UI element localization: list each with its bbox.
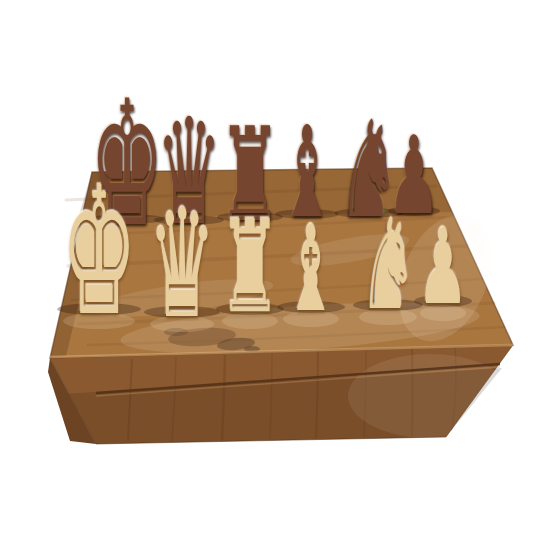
chess-pieces-layer: ♚♛♜♝♞♟♚♛♜♝♞♟ [0, 0, 540, 540]
bishop-glyph: ♝ [285, 210, 338, 328]
pawn-glyph: ♟ [417, 215, 468, 319]
product-photo-stage: ♚♛♜♝♞♟♚♛♜♝♞♟ [0, 0, 540, 540]
light-pawn-piece: ♟ [396, 215, 489, 319]
